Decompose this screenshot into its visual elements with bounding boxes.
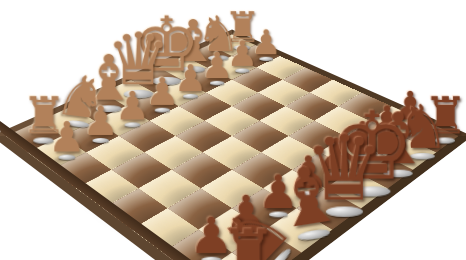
wobble-base-icon — [210, 81, 224, 85]
pawn-icon: ♟ — [145, 74, 179, 109]
pawn-icon: ♟ — [115, 88, 150, 124]
wobble-base-icon — [183, 94, 198, 98]
wobble-base-icon — [155, 108, 170, 112]
wobble-base-icon — [125, 123, 141, 128]
chess-photo-scene: ♜♞♝♛♚♝♞♜♟♟♟♟♟♟♟♟♟♟♟♟♟♟♟♟♜♞♝♛♚♝♞♜ — [0, 0, 466, 260]
piece-white-pawn[interactable]: ♟ — [115, 88, 150, 127]
rook-icon: ♜ — [219, 224, 277, 260]
wobble-base-icon — [260, 57, 274, 61]
wobble-base-icon — [93, 138, 109, 143]
piece-white-pawn[interactable]: ♟ — [48, 118, 86, 159]
pawn-icon: ♟ — [83, 103, 119, 140]
piece-white-pawn[interactable]: ♟ — [83, 103, 119, 143]
wobble-base-icon — [59, 155, 76, 160]
wobble-base-icon — [236, 69, 250, 73]
piece-white-pawn[interactable]: ♟ — [145, 74, 179, 112]
pawn-icon: ♟ — [48, 118, 86, 156]
piece-black-rook[interactable]: ♜ — [219, 224, 277, 260]
